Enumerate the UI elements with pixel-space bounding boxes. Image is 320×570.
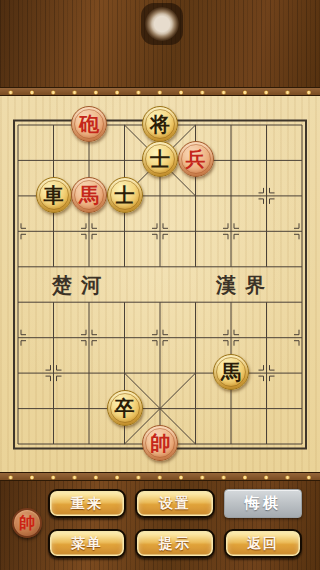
piece-red-soldier[interactable]: 兵 xyxy=(178,141,214,177)
stud-strip-top xyxy=(0,87,320,96)
piece-black-chariot[interactable]: 車 xyxy=(36,177,72,213)
settings-button[interactable]: 设置 xyxy=(135,489,215,518)
menu-button[interactable]: 菜单 xyxy=(48,529,126,558)
piece-black-general[interactable]: 将 xyxy=(142,106,178,142)
back-button[interactable]: 返回 xyxy=(224,529,302,558)
turn-indicator-red-general-icon: 帥 xyxy=(12,508,42,538)
xiangqi-board[interactable]: 楚河 漢界 砲将士兵車馬士馬卒帥 xyxy=(0,96,320,472)
bottom-control-bar: 帥 重来 设置 悔棋 菜单 提示 返回 xyxy=(0,481,320,570)
xiangqi-app-screen: 楚河 漢界 砲将士兵車馬士馬卒帥 帥 重来 设置 悔棋 菜单 提示 返回 xyxy=(0,0,320,570)
hint-button[interactable]: 提示 xyxy=(135,529,215,558)
speaker-grommet xyxy=(141,3,183,45)
piece-red-horse[interactable]: 馬 xyxy=(71,177,107,213)
stud-strip-bottom xyxy=(0,472,320,481)
top-wood-frame xyxy=(0,0,320,87)
pieces-layer: 砲将士兵車馬士馬卒帥 xyxy=(0,107,320,461)
piece-black-advisor[interactable]: 士 xyxy=(107,177,143,213)
piece-black-advisor[interactable]: 士 xyxy=(142,141,178,177)
restart-button[interactable]: 重来 xyxy=(48,489,126,518)
button-grid: 重来 设置 悔棋 菜单 提示 返回 xyxy=(48,489,302,558)
piece-black-soldier[interactable]: 卒 xyxy=(107,390,143,426)
piece-red-cannon[interactable]: 砲 xyxy=(71,106,107,142)
undo-button[interactable]: 悔棋 xyxy=(224,489,302,518)
piece-black-horse[interactable]: 馬 xyxy=(213,354,249,390)
speaker-hole-icon xyxy=(145,7,179,41)
piece-red-general[interactable]: 帥 xyxy=(142,425,178,461)
